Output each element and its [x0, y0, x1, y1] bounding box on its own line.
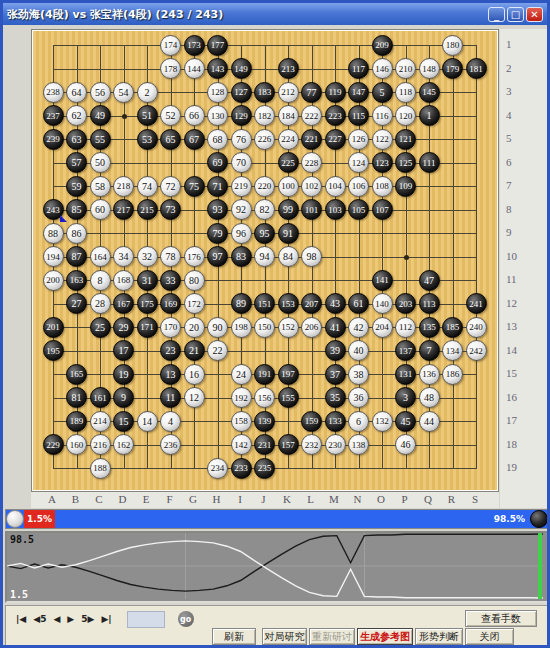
stone-B207[interactable]: 207 [301, 293, 322, 314]
stone-W20[interactable]: 20 [184, 317, 205, 338]
stone-W200[interactable]: 200 [43, 270, 64, 291]
stone-B151[interactable]: 151 [254, 293, 275, 314]
stone-W210[interactable]: 210 [395, 58, 416, 79]
nav-button-3[interactable]: ▶ [67, 614, 74, 624]
stone-B33[interactable]: 33 [160, 270, 181, 291]
stone-W44[interactable]: 44 [419, 411, 440, 432]
stone-W66[interactable]: 66 [184, 105, 205, 126]
stone-W70[interactable]: 70 [231, 152, 252, 173]
stone-B165[interactable]: 165 [66, 364, 87, 385]
stone-W8[interactable]: 8 [90, 270, 111, 291]
stone-W176[interactable]: 176 [184, 246, 205, 267]
stone-W140[interactable]: 140 [372, 293, 393, 314]
stone-W192[interactable]: 192 [231, 387, 252, 408]
stone-B197[interactable]: 197 [278, 364, 299, 385]
stone-W22[interactable]: 22 [207, 340, 228, 361]
col-label-S: S [468, 493, 482, 505]
stone-B91[interactable]: 91 [278, 223, 299, 244]
stone-W58[interactable]: 58 [90, 176, 111, 197]
stone-B157[interactable]: 157 [278, 434, 299, 455]
stone-B101[interactable]: 101 [301, 199, 322, 220]
stone-B75[interactable]: 75 [184, 176, 205, 197]
stone-B9[interactable]: 9 [113, 387, 134, 408]
stone-W158[interactable]: 158 [231, 411, 252, 432]
stone-W172[interactable]: 172 [184, 293, 205, 314]
stone-W86[interactable]: 86 [66, 223, 87, 244]
col-label-J: J [257, 493, 271, 505]
stone-W82[interactable]: 82 [254, 199, 275, 220]
stone-B131[interactable]: 131 [395, 364, 416, 385]
stone-W220[interactable]: 220 [254, 176, 275, 197]
button-5[interactable]: 关闭 [465, 628, 514, 645]
stone-W134[interactable]: 134 [442, 340, 463, 361]
col-label-G: G [186, 493, 200, 505]
row-label-5: 5 [506, 132, 512, 145]
row-label-2: 2 [506, 62, 512, 75]
row-label-16: 16 [506, 391, 517, 404]
board-frame: 1741731772091801781441431492131171462101… [31, 29, 499, 492]
stone-W112[interactable]: 112 [395, 317, 416, 338]
maximize-button[interactable]: □ [507, 7, 524, 22]
stone-B103[interactable]: 103 [325, 199, 346, 220]
stone-W152[interactable]: 152 [278, 317, 299, 338]
row-label-12: 12 [506, 297, 517, 310]
col-label-N: N [351, 493, 365, 505]
stone-W242[interactable]: 242 [466, 340, 487, 361]
close-button[interactable]: ✕ [526, 7, 543, 22]
stone-W94[interactable]: 94 [254, 246, 275, 267]
stone-W88[interactable]: 88 [43, 223, 64, 244]
stone-B191[interactable]: 191 [254, 364, 275, 385]
stone-W48[interactable]: 48 [419, 387, 440, 408]
nav-button-2[interactable]: ◀ [53, 614, 60, 624]
stone-B209[interactable]: 209 [372, 35, 393, 56]
stone-B97[interactable]: 97 [207, 246, 228, 267]
window-title: 张劲海(4段) vs 张宝祥(4段) (243 / 243) [7, 7, 486, 22]
graph-plot [7, 533, 543, 599]
white-winrate-label: 1.5% [24, 510, 55, 528]
stone-W174[interactable]: 174 [160, 35, 181, 56]
stone-W16[interactable]: 16 [184, 364, 205, 385]
col-label-R: R [445, 493, 459, 505]
stone-B37[interactable]: 37 [325, 364, 346, 385]
stone-B87[interactable]: 87 [66, 246, 87, 267]
stone-W72[interactable]: 72 [160, 176, 181, 197]
winrate-bar: 1.5% 98.5% [5, 509, 549, 529]
stone-B127[interactable]: 127 [231, 82, 252, 103]
stone-W224[interactable]: 224 [278, 129, 299, 150]
stone-B81[interactable]: 81 [66, 387, 87, 408]
button-1[interactable]: 对局研究 [262, 628, 307, 645]
stone-B119[interactable]: 119 [325, 82, 346, 103]
stone-W32[interactable]: 32 [137, 246, 158, 267]
stone-W232[interactable]: 232 [301, 434, 322, 455]
stone-W34[interactable]: 34 [113, 246, 134, 267]
stone-B229[interactable]: 229 [43, 434, 64, 455]
stone-W118[interactable]: 118 [395, 82, 416, 103]
stone-B135[interactable]: 135 [419, 317, 440, 338]
last-move-marker [60, 215, 67, 222]
stone-B57[interactable]: 57 [66, 152, 87, 173]
stone-B179[interactable]: 179 [442, 58, 463, 79]
stone-W218[interactable]: 218 [113, 176, 134, 197]
stone-W42[interactable]: 42 [348, 317, 369, 338]
stone-W219[interactable]: 219 [231, 176, 252, 197]
stone-B31[interactable]: 31 [137, 270, 158, 291]
stone-W54[interactable]: 54 [113, 82, 134, 103]
stone-B43[interactable]: 43 [325, 293, 346, 314]
minimize-button[interactable]: _ [488, 7, 505, 22]
stone-B19[interactable]: 19 [113, 364, 134, 385]
col-label-H: H [210, 493, 224, 505]
stone-W214[interactable]: 214 [90, 411, 111, 432]
stone-W12[interactable]: 12 [184, 387, 205, 408]
stone-W60[interactable]: 60 [90, 199, 111, 220]
winrate-graph[interactable]: 98.5 1.5 [5, 531, 549, 603]
row-label-15: 15 [506, 367, 517, 380]
stone-B21[interactable]: 21 [184, 340, 205, 361]
stone-W180[interactable]: 180 [442, 35, 463, 56]
stone-W226[interactable]: 226 [254, 129, 275, 150]
col-label-E: E [139, 493, 153, 505]
stone-B241[interactable]: 241 [466, 293, 487, 314]
stone-W40[interactable]: 40 [348, 340, 369, 361]
stone-B61[interactable]: 61 [348, 293, 369, 314]
col-label-Q: Q [421, 493, 435, 505]
stone-B13[interactable]: 13 [160, 364, 181, 385]
white-stone-icon [6, 510, 24, 528]
stone-B53[interactable]: 53 [137, 129, 158, 150]
stone-B7[interactable]: 7 [419, 340, 440, 361]
stone-B109[interactable]: 109 [395, 176, 416, 197]
stone-W194[interactable]: 194 [43, 246, 64, 267]
stone-W162[interactable]: 162 [113, 434, 134, 455]
app-window: 张劲海(4段) vs 张宝祥(4段) (243 / 243) _ □ ✕ 174… [0, 0, 550, 648]
stone-B171[interactable]: 171 [137, 317, 158, 338]
stone-W92[interactable]: 92 [231, 199, 252, 220]
stone-B117[interactable]: 117 [348, 58, 369, 79]
stone-W102[interactable]: 102 [301, 176, 322, 197]
stone-B123[interactable]: 123 [372, 152, 393, 173]
stone-W50[interactable]: 50 [90, 152, 111, 173]
go-button[interactable]: go [178, 611, 194, 627]
stone-B55[interactable]: 55 [90, 129, 111, 150]
button-4[interactable]: 形势判断 [415, 628, 463, 645]
stone-B189[interactable]: 189 [66, 411, 87, 432]
stone-W130[interactable]: 130 [207, 105, 228, 126]
stone-B89[interactable]: 89 [231, 293, 252, 314]
col-label-D: D [116, 493, 130, 505]
button-3[interactable]: 生成参考图 [357, 628, 413, 645]
stone-W216[interactable]: 216 [90, 434, 111, 455]
stone-W28[interactable]: 28 [90, 293, 111, 314]
row-label-10: 10 [506, 250, 517, 263]
stone-B213[interactable]: 213 [278, 58, 299, 79]
stone-W184[interactable]: 184 [278, 105, 299, 126]
stone-W24[interactable]: 24 [231, 364, 252, 385]
stone-B239[interactable]: 239 [43, 129, 64, 150]
stone-W222[interactable]: 222 [301, 105, 322, 126]
stone-B233[interactable]: 233 [231, 458, 252, 479]
stone-W234[interactable]: 234 [207, 458, 228, 479]
row-label-19: 19 [506, 461, 517, 474]
stone-W240[interactable]: 240 [466, 317, 487, 338]
stone-B63[interactable]: 63 [66, 129, 87, 150]
stone-B93[interactable]: 93 [207, 199, 228, 220]
stone-B113[interactable]: 113 [419, 293, 440, 314]
stone-B217[interactable]: 217 [113, 199, 134, 220]
stone-W182[interactable]: 182 [254, 105, 275, 126]
stone-B125[interactable]: 125 [395, 152, 416, 173]
stone-B223[interactable]: 223 [325, 105, 346, 126]
stone-W36[interactable]: 36 [348, 387, 369, 408]
board-frame-inner: 1741731772091801781441431492131171462101… [32, 30, 498, 491]
stone-B215[interactable]: 215 [137, 199, 158, 220]
stone-W228[interactable]: 228 [301, 152, 322, 173]
row-labels: 12345678910111213141516171819 [500, 29, 547, 508]
stone-B221[interactable]: 221 [301, 129, 322, 150]
stone-W46[interactable]: 46 [395, 434, 416, 455]
stone-B59[interactable]: 59 [66, 176, 87, 197]
stone-B41[interactable]: 41 [325, 317, 346, 338]
stone-B17[interactable]: 17 [113, 340, 134, 361]
stone-W80[interactable]: 80 [184, 270, 205, 291]
stone-B99[interactable]: 99 [278, 199, 299, 220]
stone-B145[interactable]: 145 [419, 82, 440, 103]
stone-W108[interactable]: 108 [372, 176, 393, 197]
stone-B143[interactable]: 143 [207, 58, 228, 79]
col-label-B: B [69, 493, 83, 505]
stone-W98[interactable]: 98 [301, 246, 322, 267]
black-winrate-label: 98.5% [55, 514, 530, 524]
col-label-K: K [280, 493, 294, 505]
stone-B237[interactable]: 237 [43, 105, 64, 126]
stone-B129[interactable]: 129 [231, 105, 252, 126]
stone-B45[interactable]: 45 [395, 411, 416, 432]
stone-B163[interactable]: 163 [66, 270, 87, 291]
stone-B1[interactable]: 1 [419, 105, 440, 126]
stone-W56[interactable]: 56 [90, 82, 111, 103]
stone-B83[interactable]: 83 [231, 246, 252, 267]
stone-B71[interactable]: 71 [207, 176, 228, 197]
row-label-1: 1 [506, 38, 512, 51]
stone-B243[interactable]: 243 [43, 199, 64, 220]
stone-W74[interactable]: 74 [137, 176, 158, 197]
col-label-F: F [163, 493, 177, 505]
row-label-11: 11 [506, 273, 517, 286]
stone-W100[interactable]: 100 [278, 176, 299, 197]
stone-B183[interactable]: 183 [254, 82, 275, 103]
stone-B181[interactable]: 181 [466, 58, 487, 79]
stone-W90[interactable]: 90 [207, 317, 228, 338]
stone-W120[interactable]: 120 [395, 105, 416, 126]
stone-B177[interactable]: 177 [207, 35, 228, 56]
stone-B15[interactable]: 15 [113, 411, 134, 432]
stone-B85[interactable]: 85 [66, 199, 87, 220]
stone-B65[interactable]: 65 [160, 129, 181, 150]
stone-B175[interactable]: 175 [137, 293, 158, 314]
stone-B111[interactable]: 111 [419, 152, 440, 173]
stone-B39[interactable]: 39 [325, 340, 346, 361]
stone-B11[interactable]: 11 [160, 387, 181, 408]
row-label-6: 6 [506, 156, 512, 169]
stone-B3[interactable]: 3 [395, 387, 416, 408]
stone-B25[interactable]: 25 [90, 317, 111, 338]
stone-W212[interactable]: 212 [278, 82, 299, 103]
row-label-14: 14 [506, 344, 517, 357]
nav-button-5[interactable]: ▶| [101, 614, 111, 624]
stone-W150[interactable]: 150 [254, 317, 275, 338]
stone-B107[interactable]: 107 [372, 199, 393, 220]
col-label-L: L [304, 493, 318, 505]
stone-W38[interactable]: 38 [348, 364, 369, 385]
stone-B115[interactable]: 115 [348, 105, 369, 126]
stone-W186[interactable]: 186 [442, 364, 463, 385]
stone-W96[interactable]: 96 [231, 223, 252, 244]
stone-B5[interactable]: 5 [372, 82, 393, 103]
stone-B121[interactable]: 121 [395, 129, 416, 150]
stone-B161[interactable]: 161 [90, 387, 111, 408]
stone-W230[interactable]: 230 [325, 434, 346, 455]
stone-W104[interactable]: 104 [325, 176, 346, 197]
stone-W6[interactable]: 6 [348, 411, 369, 432]
move-number-input[interactable] [127, 611, 165, 628]
black-stone-icon [530, 510, 548, 528]
stone-B73[interactable]: 73 [160, 199, 181, 220]
stone-W52[interactable]: 52 [160, 105, 181, 126]
stone-B201[interactable]: 201 [43, 317, 64, 338]
stone-B29[interactable]: 29 [113, 317, 134, 338]
row-label-4: 4 [506, 109, 512, 122]
button-2[interactable]: 重新研讨 [309, 628, 355, 645]
stone-W132[interactable]: 132 [372, 411, 393, 432]
nav-controls: |◀◀5◀▶5▶▶|go [16, 611, 194, 627]
stone-B225[interactable]: 225 [278, 152, 299, 173]
stone-B155[interactable]: 155 [278, 387, 299, 408]
stone-B23[interactable]: 23 [160, 340, 181, 361]
stone-B139[interactable]: 139 [254, 411, 275, 432]
stone-W148[interactable]: 148 [419, 58, 440, 79]
stone-W68[interactable]: 68 [207, 129, 228, 150]
stone-W168[interactable]: 168 [113, 270, 134, 291]
col-label-O: O [374, 493, 388, 505]
stone-B105[interactable]: 105 [348, 199, 369, 220]
stone-B141[interactable]: 141 [372, 270, 393, 291]
stone-W170[interactable]: 170 [160, 317, 181, 338]
row-label-17: 17 [506, 414, 517, 427]
stone-B27[interactable]: 27 [66, 293, 87, 314]
stone-B47[interactable]: 47 [419, 270, 440, 291]
stone-B49[interactable]: 49 [90, 105, 111, 126]
row-label-9: 9 [506, 226, 512, 239]
stone-B95[interactable]: 95 [254, 223, 275, 244]
stone-W144[interactable]: 144 [184, 58, 205, 79]
col-labels: ABCDEFGHIJKLMNOPQRS [31, 492, 499, 508]
stone-B51[interactable]: 51 [137, 105, 158, 126]
col-label-P: P [398, 493, 412, 505]
stone-B235[interactable]: 235 [254, 458, 275, 479]
stone-W138[interactable]: 138 [348, 434, 369, 455]
stone-W160[interactable]: 160 [66, 434, 87, 455]
stone-W204[interactable]: 204 [372, 317, 393, 338]
stone-B35[interactable]: 35 [325, 387, 346, 408]
stone-B79[interactable]: 79 [207, 223, 228, 244]
stone-B195[interactable]: 195 [43, 340, 64, 361]
stone-W238[interactable]: 238 [43, 82, 64, 103]
stone-W146[interactable]: 146 [372, 58, 393, 79]
stone-B69[interactable]: 69 [207, 152, 228, 173]
stone-W164[interactable]: 164 [90, 246, 111, 267]
col-label-A: A [45, 493, 59, 505]
stone-W236[interactable]: 236 [160, 434, 181, 455]
title-bar: 张劲海(4段) vs 张宝祥(4段) (243 / 243) _ □ ✕ [3, 3, 547, 25]
stone-B77[interactable]: 77 [301, 82, 322, 103]
stone-B137[interactable]: 137 [395, 340, 416, 361]
stone-B159[interactable]: 159 [301, 411, 322, 432]
stone-B173[interactable]: 173 [184, 35, 205, 56]
stone-B169[interactable]: 169 [160, 293, 181, 314]
stone-B167[interactable]: 167 [113, 293, 134, 314]
stone-W198[interactable]: 198 [231, 317, 252, 338]
stone-B185[interactable]: 185 [442, 317, 463, 338]
stone-W156[interactable]: 156 [254, 387, 275, 408]
stone-W124[interactable]: 124 [348, 152, 369, 173]
stone-W126[interactable]: 126 [348, 129, 369, 150]
stone-B227[interactable]: 227 [325, 129, 346, 150]
stone-B147[interactable]: 147 [348, 82, 369, 103]
stone-W136[interactable]: 136 [419, 364, 440, 385]
stone-W116[interactable]: 116 [372, 105, 393, 126]
stone-W206[interactable]: 206 [301, 317, 322, 338]
row-label-7: 7 [506, 179, 512, 192]
goban[interactable]: 1741731772091801781441431492131171462101… [33, 31, 497, 490]
stone-W78[interactable]: 78 [160, 246, 181, 267]
row-label-18: 18 [506, 438, 517, 451]
control-panel: |◀◀5◀▶5▶▶|go 查看手数 刷新对局研究重新研讨生成参考图形势判断关闭 [5, 605, 549, 646]
row-label-8: 8 [506, 203, 512, 216]
stone-W106[interactable]: 106 [348, 176, 369, 197]
stone-B231[interactable]: 231 [254, 434, 275, 455]
stone-W128[interactable]: 128 [207, 82, 228, 103]
star-point [122, 114, 127, 119]
stone-W76[interactable]: 76 [231, 129, 252, 150]
stone-W64[interactable]: 64 [66, 82, 87, 103]
row-label-13: 13 [506, 320, 517, 333]
col-label-I: I [233, 493, 247, 505]
stone-B67[interactable]: 67 [184, 129, 205, 150]
stone-B149[interactable]: 149 [231, 58, 252, 79]
stone-W62[interactable]: 62 [66, 105, 87, 126]
stone-W178[interactable]: 178 [160, 58, 181, 79]
stone-W2[interactable]: 2 [137, 82, 158, 103]
col-label-M: M [327, 493, 341, 505]
stone-W14[interactable]: 14 [137, 411, 158, 432]
star-point [404, 255, 409, 260]
nav-button-4[interactable]: 5▶ [81, 614, 94, 624]
view-moves-button[interactable]: 查看手数 [465, 610, 537, 627]
stone-B153[interactable]: 153 [278, 293, 299, 314]
stone-W142[interactable]: 142 [231, 434, 252, 455]
stone-W188[interactable]: 188 [90, 458, 111, 479]
stone-W84[interactable]: 84 [278, 246, 299, 267]
stone-B133[interactable]: 133 [325, 411, 346, 432]
nav-button-0[interactable]: |◀ [16, 614, 26, 624]
nav-button-1[interactable]: ◀5 [33, 614, 46, 624]
stone-W4[interactable]: 4 [160, 411, 181, 432]
button-0[interactable]: 刷新 [212, 628, 256, 645]
stone-W122[interactable]: 122 [372, 129, 393, 150]
stone-B203[interactable]: 203 [395, 293, 416, 314]
